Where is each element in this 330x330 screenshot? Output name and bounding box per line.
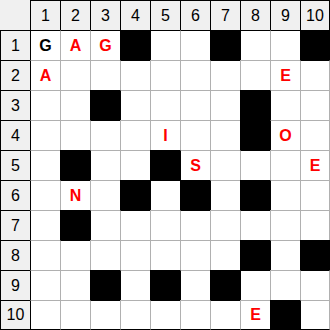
grid-cell-r6c7[interactable] (210, 180, 240, 210)
grid-cell-r7c9[interactable] (270, 210, 300, 240)
grid-cell-r9c6[interactable] (180, 270, 210, 300)
grid-cell-r6c2[interactable]: N (60, 180, 90, 210)
block-cell-r3c3 (90, 90, 120, 120)
grid-cell-r7c6[interactable] (180, 210, 210, 240)
block-cell-r8c8 (240, 240, 270, 270)
block-cell-r6c6 (180, 180, 210, 210)
grid-cell-r6c5[interactable] (150, 180, 180, 210)
grid-cell-r4c2[interactable] (60, 120, 90, 150)
grid-cell-r4c5[interactable]: I (150, 120, 180, 150)
grid-cell-r3c9[interactable] (270, 90, 300, 120)
col-header-5: 5 (150, 0, 180, 30)
row-header-10: 10 (0, 300, 30, 330)
grid-cell-r4c6[interactable] (180, 120, 210, 150)
grid-cell-r3c7[interactable] (210, 90, 240, 120)
block-cell-r9c3 (90, 270, 120, 300)
grid-cell-r4c1[interactable] (30, 120, 60, 150)
row-header-1: 1 (0, 30, 30, 60)
grid-cell-r6c10[interactable] (300, 180, 330, 210)
cell-letter: A (40, 68, 52, 84)
cell-letter: G (39, 38, 51, 54)
cell-letter: E (310, 158, 321, 174)
grid-cell-r8c9[interactable] (270, 240, 300, 270)
block-cell-r1c10 (300, 30, 330, 60)
grid-cell-r9c1[interactable] (30, 270, 60, 300)
grid-cell-r7c1[interactable] (30, 210, 60, 240)
grid-cell-r8c4[interactable] (120, 240, 150, 270)
grid-cell-r8c6[interactable] (180, 240, 210, 270)
grid-cell-r5c9[interactable] (270, 150, 300, 180)
grid-cell-r9c4[interactable] (120, 270, 150, 300)
block-cell-r3c8 (240, 90, 270, 120)
grid-cell-r7c4[interactable] (120, 210, 150, 240)
grid-cell-r2c6[interactable] (180, 60, 210, 90)
grid-cell-r6c1[interactable] (30, 180, 60, 210)
col-header-6: 6 (180, 0, 210, 30)
col-header-10: 10 (300, 0, 330, 30)
grid-cell-r10c3[interactable] (90, 300, 120, 330)
grid-cell-r10c6[interactable] (180, 300, 210, 330)
grid-cell-r7c5[interactable] (150, 210, 180, 240)
block-cell-r7c2 (60, 210, 90, 240)
block-cell-r10c9 (270, 300, 300, 330)
grid-cell-r2c8[interactable] (240, 60, 270, 90)
grid-cell-r2c5[interactable] (150, 60, 180, 90)
grid-cell-r10c5[interactable] (150, 300, 180, 330)
grid-cell-r10c2[interactable] (60, 300, 90, 330)
grid-cell-r8c5[interactable] (150, 240, 180, 270)
grid-cell-r10c8[interactable]: E (240, 300, 270, 330)
grid-cell-r10c1[interactable] (30, 300, 60, 330)
col-header-2: 2 (60, 0, 90, 30)
cell-letter: I (163, 128, 167, 144)
grid-cell-r8c2[interactable] (60, 240, 90, 270)
row-header-2: 2 (0, 60, 30, 90)
block-cell-r4c8 (240, 120, 270, 150)
cell-letter: E (250, 307, 261, 323)
cell-letter: O (279, 128, 291, 144)
block-cell-r8c10 (300, 240, 330, 270)
cell-letter: E (280, 68, 291, 84)
grid-cell-r7c10[interactable] (300, 210, 330, 240)
row-header-4: 4 (0, 120, 30, 150)
grid-cell-r2c4[interactable] (120, 60, 150, 90)
grid-cell-r1c2[interactable]: A (60, 30, 90, 60)
col-header-4: 4 (120, 0, 150, 30)
grid-cell-r5c7[interactable] (210, 150, 240, 180)
cell-letter: G (99, 38, 111, 54)
block-cell-r5c5 (150, 150, 180, 180)
grid-cell-r6c3[interactable] (90, 180, 120, 210)
block-cell-r9c7 (210, 270, 240, 300)
grid-cell-r5c3[interactable] (90, 150, 120, 180)
grid-cell-r2c2[interactable] (60, 60, 90, 90)
grid-cell-r5c10[interactable]: E (300, 150, 330, 180)
grid-cell-r5c8[interactable] (240, 150, 270, 180)
grid-cell-r10c10[interactable] (300, 300, 330, 330)
grid-cell-r3c10[interactable] (300, 90, 330, 120)
row-header-8: 8 (0, 240, 30, 270)
grid-cell-r5c6[interactable]: S (180, 150, 210, 180)
grid-cell-r3c6[interactable] (180, 90, 210, 120)
col-header-7: 7 (210, 0, 240, 30)
col-header-3: 3 (90, 0, 120, 30)
grid-cell-r3c4[interactable] (120, 90, 150, 120)
block-cell-r9c5 (150, 270, 180, 300)
col-header-8: 8 (240, 0, 270, 30)
grid-cell-r7c3[interactable] (90, 210, 120, 240)
grid-cell-r4c9[interactable]: O (270, 120, 300, 150)
row-header-5: 5 (0, 150, 30, 180)
grid-cell-r4c7[interactable] (210, 120, 240, 150)
grid-cell-r9c2[interactable] (60, 270, 90, 300)
grid-cell-r9c9[interactable] (270, 270, 300, 300)
grid-cell-r2c1[interactable]: A (30, 60, 60, 90)
block-cell-r6c4 (120, 180, 150, 210)
row-header-3: 3 (0, 90, 30, 120)
grid-cell-r2c7[interactable] (210, 60, 240, 90)
grid-cell-r8c1[interactable] (30, 240, 60, 270)
grid-cell-r2c10[interactable] (300, 60, 330, 90)
grid-cell-r4c4[interactable] (120, 120, 150, 150)
row-header-9: 9 (0, 270, 30, 300)
col-header-9: 9 (270, 0, 300, 30)
grid-cell-r1c6[interactable] (180, 30, 210, 60)
grid-cell-r1c8[interactable] (240, 30, 270, 60)
grid-cell-r3c1[interactable] (30, 90, 60, 120)
grid-cell-r8c3[interactable] (90, 240, 120, 270)
cell-letter: N (70, 188, 82, 204)
grid-cell-r5c4[interactable] (120, 150, 150, 180)
grid-cell-r7c7[interactable] (210, 210, 240, 240)
grid-cell-r1c9[interactable] (270, 30, 300, 60)
grid-cell-r1c3[interactable]: G (90, 30, 120, 60)
grid-cell-r2c3[interactable] (90, 60, 120, 90)
grid-cell-r4c10[interactable] (300, 120, 330, 150)
grid-cell-r9c10[interactable] (300, 270, 330, 300)
block-cell-r1c7 (210, 30, 240, 60)
corner-cell (0, 0, 30, 30)
row-header-6: 6 (0, 180, 30, 210)
grid-cell-r3c2[interactable] (60, 90, 90, 120)
grid-cell-r4c3[interactable] (90, 120, 120, 150)
block-cell-r1c4 (120, 30, 150, 60)
grid-cell-r1c1[interactable]: G (30, 30, 60, 60)
grid-cell-r7c8[interactable] (240, 210, 270, 240)
grid-cell-r9c8[interactable] (240, 270, 270, 300)
block-cell-r5c2 (60, 150, 90, 180)
row-header-7: 7 (0, 210, 30, 240)
grid-cell-r2c9[interactable]: E (270, 60, 300, 90)
grid-cell-r10c4[interactable] (120, 300, 150, 330)
crossword-board: 123456789101GAG2AE34IO5SE6N78910E (0, 0, 330, 330)
grid-cell-r6c9[interactable] (270, 180, 300, 210)
grid-cell-r1c5[interactable] (150, 30, 180, 60)
grid-cell-r8c7[interactable] (210, 240, 240, 270)
block-cell-r6c8 (240, 180, 270, 210)
cell-letter: S (190, 158, 201, 174)
grid-cell-r10c7[interactable] (210, 300, 240, 330)
cell-letter: A (70, 38, 82, 54)
grid-cell-r3c5[interactable] (150, 90, 180, 120)
grid-cell-r5c1[interactable] (30, 150, 60, 180)
col-header-1: 1 (30, 0, 60, 30)
